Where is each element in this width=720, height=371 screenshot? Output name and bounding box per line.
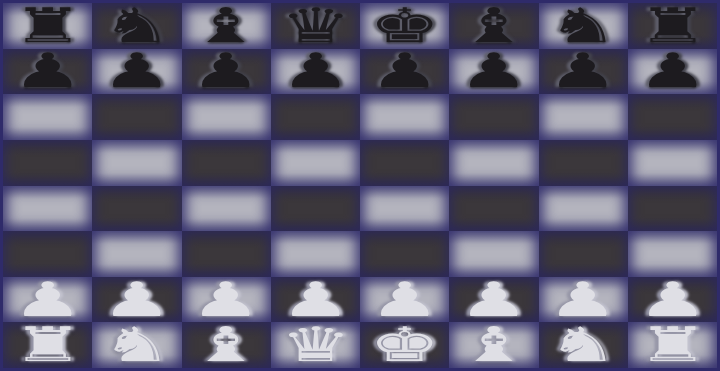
square-g3[interactable] [539, 231, 628, 277]
piece-white-bishop[interactable]: ♝ [458, 321, 529, 369]
square-d6[interactable] [271, 94, 360, 140]
square-c7[interactable]: ♟ [182, 49, 271, 95]
square-b2[interactable]: ♟ [92, 277, 181, 323]
square-d2[interactable]: ♟ [271, 277, 360, 323]
square-a3[interactable] [3, 231, 92, 277]
piece-white-rook[interactable]: ♜ [637, 321, 708, 369]
piece-black-pawn[interactable]: ♟ [548, 47, 619, 95]
square-e6[interactable] [360, 94, 449, 140]
piece-black-pawn[interactable]: ♟ [191, 47, 262, 95]
square-b5[interactable] [92, 140, 181, 186]
square-d7[interactable]: ♟ [271, 49, 360, 95]
square-d1[interactable]: ♛ [271, 322, 360, 368]
piece-white-rook[interactable]: ♜ [12, 321, 83, 369]
square-b6[interactable] [92, 94, 181, 140]
square-f1[interactable]: ♝ [449, 322, 538, 368]
piece-black-pawn[interactable]: ♟ [637, 47, 708, 95]
square-c6[interactable] [182, 94, 271, 140]
square-d5[interactable] [271, 140, 360, 186]
square-g6[interactable] [539, 94, 628, 140]
piece-black-pawn[interactable]: ♟ [101, 47, 172, 95]
square-b4[interactable] [92, 186, 181, 232]
square-b7[interactable]: ♟ [92, 49, 181, 95]
piece-white-queen[interactable]: ♛ [280, 321, 351, 369]
square-c5[interactable] [182, 140, 271, 186]
square-f2[interactable]: ♟ [449, 277, 538, 323]
square-a6[interactable] [3, 94, 92, 140]
square-e5[interactable] [360, 140, 449, 186]
square-b1[interactable]: ♞ [92, 322, 181, 368]
square-a1[interactable]: ♜ [3, 322, 92, 368]
square-g4[interactable] [539, 186, 628, 232]
square-g5[interactable] [539, 140, 628, 186]
square-h7[interactable]: ♟ [628, 49, 717, 95]
square-d3[interactable] [271, 231, 360, 277]
square-d4[interactable] [271, 186, 360, 232]
chess-board: ♜♞♝♛♚♝♞♜♟♟♟♟♟♟♟♟♟♟♟♟♟♟♟♟♜♞♝♛♚♝♞♜ [0, 0, 720, 371]
piece-white-bishop[interactable]: ♝ [191, 321, 262, 369]
piece-white-king[interactable]: ♚ [369, 321, 440, 369]
piece-black-pawn[interactable]: ♟ [458, 47, 529, 95]
square-f4[interactable] [449, 186, 538, 232]
square-e2[interactable]: ♟ [360, 277, 449, 323]
square-f7[interactable]: ♟ [449, 49, 538, 95]
square-e3[interactable] [360, 231, 449, 277]
square-g2[interactable]: ♟ [539, 277, 628, 323]
square-a7[interactable]: ♟ [3, 49, 92, 95]
square-c1[interactable]: ♝ [182, 322, 271, 368]
square-h3[interactable] [628, 231, 717, 277]
square-c4[interactable] [182, 186, 271, 232]
square-f6[interactable] [449, 94, 538, 140]
square-h2[interactable]: ♟ [628, 277, 717, 323]
piece-white-knight[interactable]: ♞ [101, 321, 172, 369]
square-e1[interactable]: ♚ [360, 322, 449, 368]
square-h6[interactable] [628, 94, 717, 140]
square-e7[interactable]: ♟ [360, 49, 449, 95]
piece-black-pawn[interactable]: ♟ [280, 47, 351, 95]
square-b3[interactable] [92, 231, 181, 277]
square-a5[interactable] [3, 140, 92, 186]
square-f3[interactable] [449, 231, 538, 277]
square-e4[interactable] [360, 186, 449, 232]
square-a4[interactable] [3, 186, 92, 232]
square-h1[interactable]: ♜ [628, 322, 717, 368]
piece-black-pawn[interactable]: ♟ [12, 47, 83, 95]
square-h4[interactable] [628, 186, 717, 232]
piece-white-knight[interactable]: ♞ [548, 321, 619, 369]
square-h5[interactable] [628, 140, 717, 186]
square-g1[interactable]: ♞ [539, 322, 628, 368]
square-g7[interactable]: ♟ [539, 49, 628, 95]
square-c2[interactable]: ♟ [182, 277, 271, 323]
square-a2[interactable]: ♟ [3, 277, 92, 323]
square-f5[interactable] [449, 140, 538, 186]
square-c3[interactable] [182, 231, 271, 277]
piece-black-pawn[interactable]: ♟ [369, 47, 440, 95]
